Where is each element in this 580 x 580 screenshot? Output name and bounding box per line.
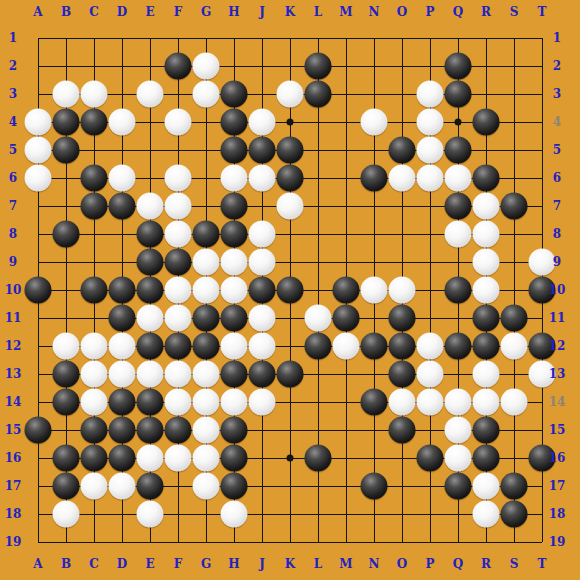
black-stone — [221, 445, 248, 472]
white-stone — [249, 305, 276, 332]
row-label-right: 6 — [545, 170, 569, 186]
white-stone — [165, 305, 192, 332]
column-label-bottom: C — [84, 556, 104, 572]
black-stone — [333, 277, 360, 304]
white-stone — [361, 109, 388, 136]
row-label-right: 7 — [545, 198, 569, 214]
black-stone — [277, 361, 304, 388]
white-stone — [221, 249, 248, 276]
white-stone — [417, 333, 444, 360]
white-stone — [277, 81, 304, 108]
white-stone — [165, 445, 192, 472]
column-label-top: F — [168, 4, 188, 20]
column-label-top: A — [28, 4, 48, 20]
column-label-bottom: B — [56, 556, 76, 572]
black-stone — [53, 389, 80, 416]
white-stone — [193, 249, 220, 276]
column-label-bottom: O — [392, 556, 412, 572]
black-stone — [221, 473, 248, 500]
black-stone — [445, 473, 472, 500]
column-label-bottom: G — [196, 556, 216, 572]
column-label-top: E — [140, 4, 160, 20]
black-stone — [501, 193, 528, 220]
row-label-right: 16 — [545, 450, 569, 466]
column-label-bottom: P — [420, 556, 440, 572]
white-stone — [81, 361, 108, 388]
column-label-bottom: S — [504, 556, 524, 572]
black-stone — [445, 53, 472, 80]
black-stone — [137, 333, 164, 360]
white-stone — [249, 389, 276, 416]
row-label-right: 19 — [545, 534, 569, 550]
black-stone — [193, 221, 220, 248]
black-stone — [109, 193, 136, 220]
white-stone — [137, 193, 164, 220]
white-stone — [81, 81, 108, 108]
black-stone — [501, 305, 528, 332]
black-stone — [137, 221, 164, 248]
white-stone — [53, 81, 80, 108]
white-stone — [417, 109, 444, 136]
white-stone — [473, 389, 500, 416]
black-stone — [389, 361, 416, 388]
white-stone — [137, 361, 164, 388]
row-label-left: 6 — [1, 170, 25, 186]
black-stone — [109, 445, 136, 472]
black-stone — [445, 137, 472, 164]
black-stone — [53, 473, 80, 500]
black-stone — [361, 165, 388, 192]
white-stone — [389, 165, 416, 192]
column-label-bottom: L — [308, 556, 328, 572]
white-stone — [305, 305, 332, 332]
black-stone — [361, 333, 388, 360]
white-stone — [193, 277, 220, 304]
black-stone — [361, 389, 388, 416]
white-stone — [81, 333, 108, 360]
black-stone — [473, 417, 500, 444]
row-label-right: 2 — [545, 58, 569, 74]
black-stone — [473, 109, 500, 136]
white-stone — [445, 165, 472, 192]
white-stone — [109, 333, 136, 360]
row-label-left: 3 — [1, 86, 25, 102]
row-label-left: 9 — [1, 254, 25, 270]
white-stone — [193, 361, 220, 388]
column-label-top: L — [308, 4, 328, 20]
star-point — [287, 455, 294, 462]
row-label-left: 12 — [1, 338, 25, 354]
white-stone — [137, 445, 164, 472]
black-stone — [277, 277, 304, 304]
row-label-right: 17 — [545, 478, 569, 494]
black-stone — [81, 165, 108, 192]
black-stone — [249, 361, 276, 388]
black-stone — [53, 445, 80, 472]
white-stone — [193, 389, 220, 416]
white-stone — [53, 501, 80, 528]
row-label-left: 10 — [1, 282, 25, 298]
black-stone — [221, 417, 248, 444]
white-stone — [417, 165, 444, 192]
white-stone — [417, 81, 444, 108]
black-stone — [221, 221, 248, 248]
column-label-bottom: H — [224, 556, 244, 572]
black-stone — [165, 249, 192, 276]
white-stone — [277, 193, 304, 220]
star-point — [287, 119, 294, 126]
column-label-top: Q — [448, 4, 468, 20]
white-stone — [249, 165, 276, 192]
column-label-top: R — [476, 4, 496, 20]
white-stone — [193, 417, 220, 444]
column-label-bottom: F — [168, 556, 188, 572]
white-stone — [445, 389, 472, 416]
white-stone — [473, 277, 500, 304]
row-label-right: 4 — [545, 114, 569, 130]
white-stone — [193, 53, 220, 80]
white-stone — [165, 165, 192, 192]
black-stone — [389, 333, 416, 360]
black-stone — [53, 221, 80, 248]
row-label-left: 8 — [1, 226, 25, 242]
black-stone — [445, 81, 472, 108]
white-stone — [193, 473, 220, 500]
column-label-top: M — [336, 4, 356, 20]
column-label-bottom: D — [112, 556, 132, 572]
black-stone — [221, 361, 248, 388]
white-stone — [165, 277, 192, 304]
white-stone — [81, 473, 108, 500]
column-label-top: T — [532, 4, 552, 20]
row-label-left: 4 — [1, 114, 25, 130]
white-stone — [165, 389, 192, 416]
white-stone — [165, 193, 192, 220]
black-stone — [25, 277, 52, 304]
white-stone — [137, 501, 164, 528]
row-label-right: 11 — [545, 310, 569, 326]
row-label-right: 13 — [545, 366, 569, 382]
black-stone — [137, 249, 164, 276]
white-stone — [445, 417, 472, 444]
row-label-left: 15 — [1, 422, 25, 438]
white-stone — [109, 109, 136, 136]
black-stone — [305, 445, 332, 472]
row-label-left: 13 — [1, 366, 25, 382]
column-label-bottom: M — [336, 556, 356, 572]
white-stone — [165, 221, 192, 248]
goban-board[interactable]: AABBCCDDEEFFGGHHJJKKLLMMNNOOPPQQRRSSTT11… — [0, 0, 580, 580]
white-stone — [221, 501, 248, 528]
white-stone — [445, 221, 472, 248]
column-label-bottom: J — [252, 556, 272, 572]
black-stone — [53, 137, 80, 164]
row-label-right: 14 — [545, 394, 569, 410]
row-label-right: 18 — [545, 506, 569, 522]
column-label-top: J — [252, 4, 272, 20]
row-label-left: 16 — [1, 450, 25, 466]
row-label-left: 19 — [1, 534, 25, 550]
column-label-top: K — [280, 4, 300, 20]
star-point — [455, 119, 462, 126]
white-stone — [501, 333, 528, 360]
column-label-top: N — [364, 4, 384, 20]
black-stone — [445, 333, 472, 360]
black-stone — [389, 137, 416, 164]
column-label-top: G — [196, 4, 216, 20]
row-label-right: 10 — [545, 282, 569, 298]
black-stone — [109, 389, 136, 416]
white-stone — [361, 277, 388, 304]
white-stone — [221, 333, 248, 360]
black-stone — [221, 137, 248, 164]
white-stone — [109, 473, 136, 500]
white-stone — [249, 333, 276, 360]
row-label-left: 5 — [1, 142, 25, 158]
white-stone — [53, 333, 80, 360]
column-label-top: O — [392, 4, 412, 20]
black-stone — [81, 109, 108, 136]
black-stone — [165, 53, 192, 80]
white-stone — [473, 193, 500, 220]
white-stone — [417, 361, 444, 388]
column-label-top: B — [56, 4, 76, 20]
column-label-bottom: A — [28, 556, 48, 572]
black-stone — [53, 361, 80, 388]
white-stone — [417, 137, 444, 164]
row-label-left: 2 — [1, 58, 25, 74]
black-stone — [249, 137, 276, 164]
white-stone — [417, 389, 444, 416]
black-stone — [81, 193, 108, 220]
white-stone — [473, 501, 500, 528]
black-stone — [137, 277, 164, 304]
row-label-right: 8 — [545, 226, 569, 242]
black-stone — [81, 277, 108, 304]
row-label-left: 7 — [1, 198, 25, 214]
white-stone — [473, 473, 500, 500]
black-stone — [109, 277, 136, 304]
black-stone — [417, 445, 444, 472]
black-stone — [473, 445, 500, 472]
row-label-left: 11 — [1, 310, 25, 326]
black-stone — [305, 333, 332, 360]
row-label-right: 1 — [545, 30, 569, 46]
black-stone — [221, 81, 248, 108]
black-stone — [277, 165, 304, 192]
black-stone — [109, 305, 136, 332]
column-label-bottom: E — [140, 556, 160, 572]
black-stone — [137, 389, 164, 416]
white-stone — [25, 165, 52, 192]
white-stone — [249, 221, 276, 248]
black-stone — [137, 473, 164, 500]
black-stone — [25, 417, 52, 444]
black-stone — [473, 333, 500, 360]
row-label-left: 14 — [1, 394, 25, 410]
white-stone — [109, 165, 136, 192]
column-label-top: H — [224, 4, 244, 20]
black-stone — [445, 193, 472, 220]
white-stone — [193, 445, 220, 472]
black-stone — [165, 333, 192, 360]
column-label-bottom: Q — [448, 556, 468, 572]
black-stone — [389, 305, 416, 332]
black-stone — [305, 81, 332, 108]
black-stone — [81, 445, 108, 472]
black-stone — [193, 333, 220, 360]
black-stone — [473, 305, 500, 332]
black-stone — [221, 193, 248, 220]
row-label-right: 9 — [545, 254, 569, 270]
column-label-bottom: R — [476, 556, 496, 572]
white-stone — [249, 109, 276, 136]
white-stone — [389, 277, 416, 304]
white-stone — [473, 249, 500, 276]
black-stone — [361, 473, 388, 500]
column-label-bottom: N — [364, 556, 384, 572]
row-label-right: 3 — [545, 86, 569, 102]
white-stone — [221, 165, 248, 192]
column-label-top: S — [504, 4, 524, 20]
white-stone — [165, 361, 192, 388]
white-stone — [249, 249, 276, 276]
black-stone — [445, 277, 472, 304]
row-label-left: 1 — [1, 30, 25, 46]
white-stone — [221, 277, 248, 304]
row-label-left: 18 — [1, 506, 25, 522]
black-stone — [389, 417, 416, 444]
white-stone — [137, 305, 164, 332]
black-stone — [221, 305, 248, 332]
white-stone — [137, 81, 164, 108]
black-stone — [109, 417, 136, 444]
white-stone — [333, 333, 360, 360]
white-stone — [193, 81, 220, 108]
white-stone — [165, 109, 192, 136]
black-stone — [221, 109, 248, 136]
black-stone — [193, 305, 220, 332]
column-label-top: D — [112, 4, 132, 20]
white-stone — [81, 389, 108, 416]
white-stone — [109, 361, 136, 388]
column-label-bottom: K — [280, 556, 300, 572]
row-label-right: 5 — [545, 142, 569, 158]
column-label-top: C — [84, 4, 104, 20]
column-label-bottom: T — [532, 556, 552, 572]
black-stone — [53, 109, 80, 136]
black-stone — [249, 277, 276, 304]
black-stone — [501, 473, 528, 500]
white-stone — [473, 361, 500, 388]
column-label-top: P — [420, 4, 440, 20]
row-label-left: 17 — [1, 478, 25, 494]
black-stone — [473, 165, 500, 192]
white-stone — [501, 389, 528, 416]
black-stone — [81, 417, 108, 444]
black-stone — [333, 305, 360, 332]
row-label-right: 12 — [545, 338, 569, 354]
white-stone — [25, 109, 52, 136]
black-stone — [277, 137, 304, 164]
white-stone — [473, 221, 500, 248]
row-label-right: 15 — [545, 422, 569, 438]
white-stone — [25, 137, 52, 164]
black-stone — [165, 417, 192, 444]
black-stone — [137, 417, 164, 444]
black-stone — [305, 53, 332, 80]
black-stone — [501, 501, 528, 528]
white-stone — [221, 389, 248, 416]
white-stone — [445, 445, 472, 472]
white-stone — [389, 389, 416, 416]
